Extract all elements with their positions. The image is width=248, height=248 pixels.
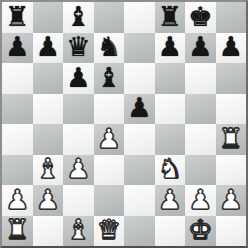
square-c6[interactable]: ♟	[63, 63, 94, 94]
square-e5[interactable]: ♟	[124, 94, 155, 125]
square-h6[interactable]	[216, 63, 247, 94]
square-d4[interactable]: ♟	[94, 124, 125, 155]
square-a7[interactable]: ♟	[2, 33, 33, 64]
square-c4[interactable]	[63, 124, 94, 155]
piece-black-queen: ♛	[66, 33, 90, 60]
square-h4[interactable]: ♜	[216, 124, 247, 155]
square-d6[interactable]: ♝	[94, 63, 125, 94]
piece-black-bishop: ♝	[97, 64, 121, 91]
piece-black-pawn: ♟	[127, 94, 151, 121]
square-h1[interactable]	[216, 216, 247, 247]
square-f6[interactable]	[155, 63, 186, 94]
piece-white-rook: ♜	[5, 216, 29, 243]
square-f7[interactable]: ♟	[155, 33, 186, 64]
piece-white-knight: ♞	[158, 155, 182, 182]
piece-black-knight: ♞	[97, 33, 121, 60]
square-b3[interactable]: ♝	[33, 155, 64, 186]
piece-white-bishop: ♝	[66, 216, 90, 243]
piece-black-pawn: ♟	[36, 33, 60, 60]
square-g4[interactable]	[185, 124, 216, 155]
square-a2[interactable]: ♟	[2, 185, 33, 216]
square-b4[interactable]	[33, 124, 64, 155]
square-g2[interactable]: ♟	[185, 185, 216, 216]
square-c1[interactable]: ♝	[63, 216, 94, 247]
square-b6[interactable]	[33, 63, 64, 94]
square-g1[interactable]: ♚	[185, 216, 216, 247]
square-c8[interactable]: ♝	[63, 2, 94, 33]
square-g6[interactable]	[185, 63, 216, 94]
square-b1[interactable]	[33, 216, 64, 247]
square-c5[interactable]	[63, 94, 94, 125]
chess-board: ♜♝♜♚♟♟♛♞♟♟♟♟♝♟♟♜♝♟♞♟♟♟♟♟♜♝♛♚	[0, 0, 248, 248]
square-g5[interactable]	[185, 94, 216, 125]
square-g8[interactable]: ♚	[185, 2, 216, 33]
square-a3[interactable]	[2, 155, 33, 186]
piece-black-king: ♚	[188, 3, 212, 30]
piece-white-pawn: ♟	[219, 186, 243, 213]
square-b8[interactable]	[33, 2, 64, 33]
piece-white-pawn: ♟	[158, 186, 182, 213]
square-e8[interactable]	[124, 2, 155, 33]
piece-black-rook: ♜	[158, 3, 182, 30]
square-h7[interactable]: ♟	[216, 33, 247, 64]
piece-white-queen: ♛	[97, 216, 121, 243]
piece-black-bishop: ♝	[66, 3, 90, 30]
square-c3[interactable]: ♟	[63, 155, 94, 186]
square-h5[interactable]	[216, 94, 247, 125]
piece-black-pawn: ♟	[5, 33, 29, 60]
piece-white-king: ♚	[188, 216, 212, 243]
square-c2[interactable]	[63, 185, 94, 216]
square-e4[interactable]	[124, 124, 155, 155]
square-f2[interactable]: ♟	[155, 185, 186, 216]
square-a6[interactable]	[2, 63, 33, 94]
square-d5[interactable]	[94, 94, 125, 125]
square-e1[interactable]	[124, 216, 155, 247]
square-d3[interactable]	[94, 155, 125, 186]
piece-black-pawn: ♟	[66, 64, 90, 91]
chess-diagram: ♜♝♜♚♟♟♛♞♟♟♟♟♝♟♟♜♝♟♞♟♟♟♟♟♜♝♛♚	[0, 0, 248, 248]
square-f3[interactable]: ♞	[155, 155, 186, 186]
square-c7[interactable]: ♛	[63, 33, 94, 64]
square-h2[interactable]: ♟	[216, 185, 247, 216]
piece-white-pawn: ♟	[97, 125, 121, 152]
square-e3[interactable]	[124, 155, 155, 186]
square-a5[interactable]	[2, 94, 33, 125]
piece-white-pawn: ♟	[36, 186, 60, 213]
piece-white-pawn: ♟	[5, 186, 29, 213]
square-f4[interactable]	[155, 124, 186, 155]
square-b7[interactable]: ♟	[33, 33, 64, 64]
square-b5[interactable]	[33, 94, 64, 125]
piece-black-rook: ♜	[5, 3, 29, 30]
piece-white-rook: ♜	[219, 125, 243, 152]
square-d1[interactable]: ♛	[94, 216, 125, 247]
piece-white-pawn: ♟	[188, 186, 212, 213]
square-f8[interactable]: ♜	[155, 2, 186, 33]
piece-black-pawn: ♟	[188, 33, 212, 60]
square-e2[interactable]	[124, 185, 155, 216]
square-d7[interactable]: ♞	[94, 33, 125, 64]
square-f1[interactable]	[155, 216, 186, 247]
square-a1[interactable]: ♜	[2, 216, 33, 247]
piece-white-bishop: ♝	[36, 155, 60, 182]
square-g3[interactable]	[185, 155, 216, 186]
square-d2[interactable]	[94, 185, 125, 216]
square-a8[interactable]: ♜	[2, 2, 33, 33]
square-f5[interactable]	[155, 94, 186, 125]
piece-black-pawn: ♟	[158, 33, 182, 60]
square-d8[interactable]	[94, 2, 125, 33]
square-a4[interactable]	[2, 124, 33, 155]
square-h8[interactable]	[216, 2, 247, 33]
square-e7[interactable]	[124, 33, 155, 64]
piece-black-pawn: ♟	[219, 33, 243, 60]
square-h3[interactable]	[216, 155, 247, 186]
square-b2[interactable]: ♟	[33, 185, 64, 216]
square-g7[interactable]: ♟	[185, 33, 216, 64]
piece-white-pawn: ♟	[66, 155, 90, 182]
square-e6[interactable]	[124, 63, 155, 94]
